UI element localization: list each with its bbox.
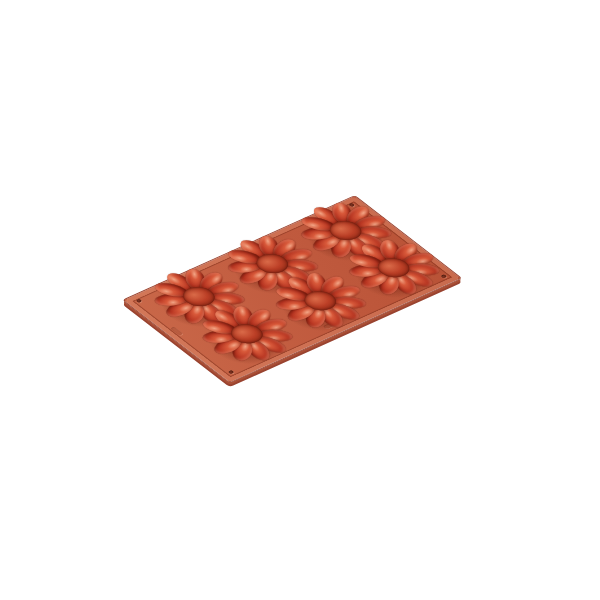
- mold-tray: [122, 195, 463, 383]
- product-photo-canvas: [0, 0, 600, 600]
- tray-contents: [124, 196, 355, 300]
- mold-plane: [122, 196, 459, 382]
